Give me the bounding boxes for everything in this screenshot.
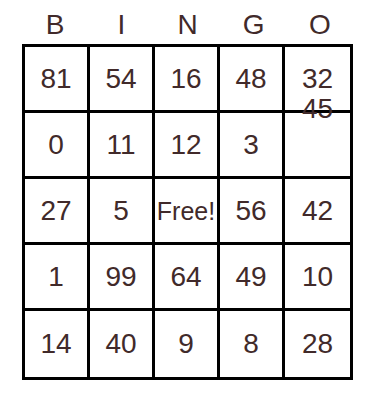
cell-r5c5[interactable]: 28 — [285, 311, 350, 377]
cell-r1c3[interactable]: 16 — [155, 47, 220, 113]
cell-value: 54 — [105, 64, 136, 94]
bingo-card: B I N G O 81 54 16 48 32 45 0 11 12 3 27… — [0, 0, 369, 400]
cell-r5c4[interactable]: 8 — [220, 311, 285, 377]
cell-value: 64 — [170, 262, 201, 292]
cell-r4c1[interactable]: 1 — [25, 245, 90, 311]
cell-value: 49 — [235, 262, 266, 292]
cell-r3c2[interactable]: 5 — [90, 179, 155, 245]
cell-value: 48 — [235, 64, 266, 94]
cell-r4c3[interactable]: 64 — [155, 245, 220, 311]
cell-value: 11 — [106, 130, 135, 160]
cell-value: Free! — [157, 196, 215, 226]
cell-r1c2[interactable]: 54 — [90, 47, 155, 113]
bingo-header: B I N G O — [22, 9, 353, 43]
bingo-grid: 81 54 16 48 32 45 0 11 12 3 27 5 Free! 5… — [22, 44, 353, 380]
cell-value: 32 45 — [285, 64, 350, 124]
cell-r3c4[interactable]: 56 — [220, 179, 285, 245]
cell-value: 5 — [113, 196, 129, 226]
cell-value: 56 — [235, 196, 266, 226]
cell-r2c4[interactable]: 3 — [220, 113, 285, 179]
cell-value: 1 — [48, 262, 64, 292]
cell-value: 10 — [302, 262, 333, 292]
cell-value: 16 — [170, 64, 201, 94]
cell-r3c5[interactable]: 42 — [285, 179, 350, 245]
header-letter-i: I — [88, 9, 154, 43]
cell-value: 0 — [48, 130, 64, 160]
header-letter-n: N — [154, 9, 220, 43]
cell-value: 99 — [105, 262, 136, 292]
cell-r1c5[interactable]: 32 45 — [285, 47, 350, 113]
cell-r3c3-free-space[interactable]: Free! — [155, 179, 220, 245]
cell-value: 9 — [178, 329, 194, 359]
cell-r1c4[interactable]: 48 — [220, 47, 285, 113]
cell-value: 12 — [170, 130, 201, 160]
header-letter-g: G — [221, 9, 287, 43]
cell-r4c4[interactable]: 49 — [220, 245, 285, 311]
cell-r2c1[interactable]: 0 — [25, 113, 90, 179]
cell-value: 42 — [302, 196, 333, 226]
cell-value: 28 — [302, 329, 333, 359]
header-letter-b: B — [22, 9, 88, 43]
cell-value: 40 — [105, 329, 136, 359]
cell-r5c3[interactable]: 9 — [155, 311, 220, 377]
cell-r4c5[interactable]: 10 — [285, 245, 350, 311]
cell-value: 14 — [40, 329, 71, 359]
cell-r5c2[interactable]: 40 — [90, 311, 155, 377]
header-letter-o: O — [287, 9, 353, 43]
cell-r1c1[interactable]: 81 — [25, 47, 90, 113]
cell-r3c1[interactable]: 27 — [25, 179, 90, 245]
cell-value: 81 — [40, 64, 71, 94]
cell-r2c3[interactable]: 12 — [155, 113, 220, 179]
cell-r2c2[interactable]: 11 — [90, 113, 155, 179]
cell-value: 8 — [243, 329, 259, 359]
cell-r4c2[interactable]: 99 — [90, 245, 155, 311]
cell-r5c1[interactable]: 14 — [25, 311, 90, 377]
cell-value: 27 — [40, 196, 71, 226]
cell-value: 3 — [243, 130, 259, 160]
